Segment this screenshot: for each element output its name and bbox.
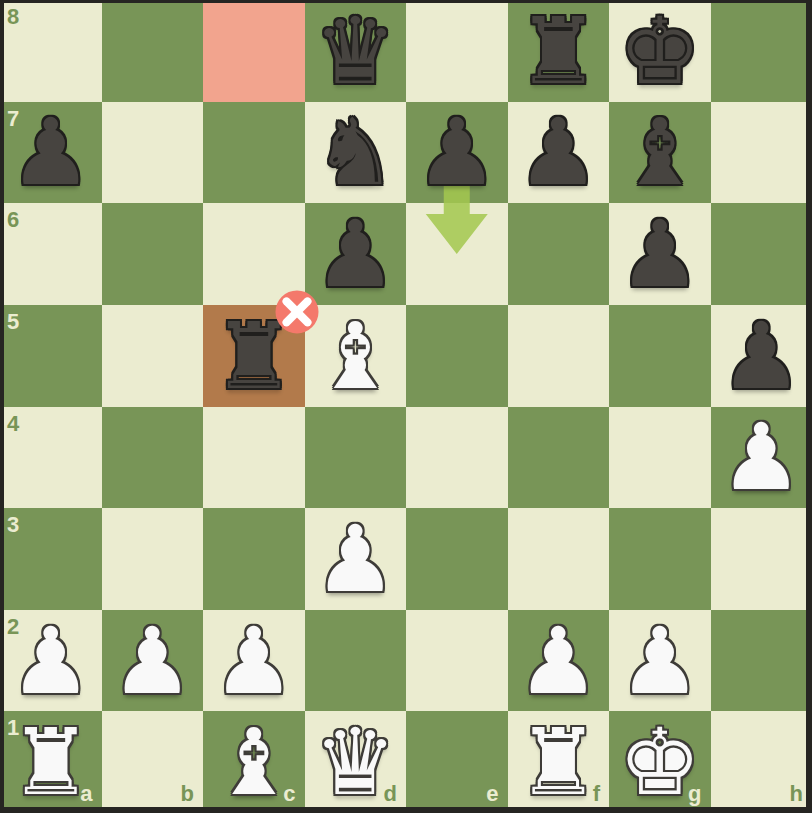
square-b6[interactable] [102,203,204,305]
square-c4[interactable] [203,407,305,509]
square-f4[interactable] [508,407,610,509]
black-pawn-f7[interactable]: ♟ [508,103,610,205]
square-d5[interactable]: ♝ [305,305,407,407]
board-frame-left [0,0,4,813]
square-h5[interactable]: ♟ [711,305,812,407]
board-frame-bottom [0,807,812,813]
square-b7[interactable] [102,102,204,204]
square-c6[interactable] [203,203,305,305]
square-f6[interactable] [508,203,610,305]
square-d7[interactable]: ♞ [305,102,407,204]
black-rook-c5[interactable]: ♜ [203,306,305,408]
white-pawn-d3[interactable]: ♟ [305,509,407,611]
square-g2[interactable]: ♟ [609,610,711,712]
square-c7[interactable] [203,102,305,204]
square-f3[interactable] [508,508,610,610]
file-label-d: d [384,781,397,807]
square-h3[interactable] [711,508,812,610]
square-g6[interactable]: ♟ [609,203,711,305]
square-c5[interactable]: ♜ [203,305,305,407]
rank-label-7: 7 [7,106,19,132]
file-label-e: e [486,781,498,807]
white-pawn-c2[interactable]: ♟ [203,611,305,713]
square-e1[interactable]: e [406,711,508,813]
file-label-b: b [181,781,194,807]
black-pawn-h5[interactable]: ♟ [711,306,812,408]
square-d6[interactable]: ♟ [305,203,407,305]
chess-board[interactable]: 8♛♜♚7♟♞♟♟♝6♟♟5♜♝♟4♟3♟2♟♟♟♟♟1a♜bc♝d♛ef♜g♚… [0,0,812,813]
black-rook-f8[interactable]: ♜ [508,1,610,103]
square-f5[interactable] [508,305,610,407]
square-b2[interactable]: ♟ [102,610,204,712]
board-frame-right [806,0,812,813]
white-pawn-h4[interactable]: ♟ [711,408,812,510]
square-f2[interactable]: ♟ [508,610,610,712]
square-a7[interactable]: 7♟ [0,102,102,204]
square-d1[interactable]: d♛ [305,711,407,813]
square-b3[interactable] [102,508,204,610]
square-b8[interactable] [102,0,204,102]
black-pawn-e7[interactable]: ♟ [406,103,508,205]
square-h6[interactable] [711,203,812,305]
square-a3[interactable]: 3 [0,508,102,610]
square-c3[interactable] [203,508,305,610]
square-e6[interactable] [406,203,508,305]
square-h7[interactable] [711,102,812,204]
square-c1[interactable]: c♝ [203,711,305,813]
file-label-h: h [790,781,803,807]
square-d3[interactable]: ♟ [305,508,407,610]
square-f7[interactable]: ♟ [508,102,610,204]
square-e8[interactable] [406,0,508,102]
square-e3[interactable] [406,508,508,610]
file-label-g: g [688,781,701,807]
square-b4[interactable] [102,407,204,509]
square-h8[interactable] [711,0,812,102]
square-a5[interactable]: 5 [0,305,102,407]
rank-label-1: 1 [7,715,19,741]
square-f8[interactable]: ♜ [508,0,610,102]
square-g3[interactable] [609,508,711,610]
rank-label-4: 4 [7,411,19,437]
square-c2[interactable]: ♟ [203,610,305,712]
square-e7[interactable]: ♟ [406,102,508,204]
square-a2[interactable]: 2♟ [0,610,102,712]
black-queen-d8[interactable]: ♛ [305,1,407,103]
square-b5[interactable] [102,305,204,407]
file-label-c: c [283,781,295,807]
black-bishop-g7[interactable]: ♝ [609,103,711,205]
rank-label-5: 5 [7,309,19,335]
rank-label-6: 6 [7,207,19,233]
square-d8[interactable]: ♛ [305,0,407,102]
rank-label-3: 3 [7,512,19,538]
black-pawn-g6[interactable]: ♟ [609,204,711,306]
square-d2[interactable] [305,610,407,712]
white-pawn-g2[interactable]: ♟ [609,611,711,713]
file-label-f: f [593,781,600,807]
black-knight-d7[interactable]: ♞ [305,103,407,205]
black-king-g8[interactable]: ♚ [609,1,711,103]
square-g8[interactable]: ♚ [609,0,711,102]
square-e5[interactable] [406,305,508,407]
rank-label-2: 2 [7,614,19,640]
square-d4[interactable] [305,407,407,509]
white-pawn-b2[interactable]: ♟ [102,611,204,713]
square-g4[interactable] [609,407,711,509]
square-e2[interactable] [406,610,508,712]
black-pawn-d6[interactable]: ♟ [305,204,407,306]
square-e4[interactable] [406,407,508,509]
square-g5[interactable] [609,305,711,407]
square-g1[interactable]: g♚ [609,711,711,813]
square-a4[interactable]: 4 [0,407,102,509]
file-label-a: a [80,781,92,807]
square-h4[interactable]: ♟ [711,407,812,509]
square-h2[interactable] [711,610,812,712]
square-a6[interactable]: 6 [0,203,102,305]
board-frame-top [0,0,812,3]
square-g7[interactable]: ♝ [609,102,711,204]
square-c8[interactable] [203,0,305,102]
square-f1[interactable]: f♜ [508,711,610,813]
white-pawn-f2[interactable]: ♟ [508,611,610,713]
square-a8[interactable]: 8 [0,0,102,102]
square-h1[interactable]: h [711,711,812,813]
square-b1[interactable]: b [102,711,204,813]
white-bishop-d5[interactable]: ♝ [305,306,407,408]
rank-label-8: 8 [7,4,19,30]
square-a1[interactable]: 1a♜ [0,711,102,813]
